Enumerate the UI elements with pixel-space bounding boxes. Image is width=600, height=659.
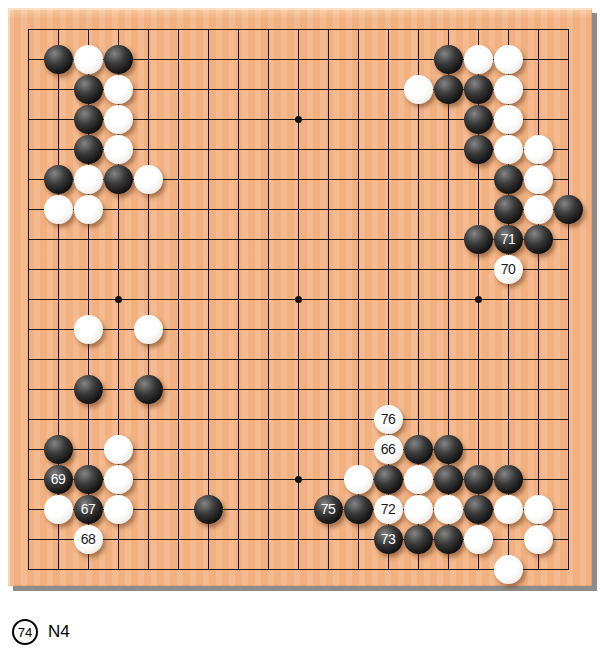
stone-white <box>104 135 133 164</box>
stone-white <box>494 495 523 524</box>
stone-black <box>494 165 523 194</box>
star-point <box>295 296 302 303</box>
stone-black <box>104 165 133 194</box>
stone-black <box>524 225 553 254</box>
stone-black-69: 69 <box>44 465 73 494</box>
stone-white <box>104 495 133 524</box>
stone-white <box>464 45 493 74</box>
stone-black <box>554 195 583 224</box>
stone-white <box>404 495 433 524</box>
stone-black-73: 73 <box>374 525 403 554</box>
stone-white <box>74 45 103 74</box>
stone-black <box>434 75 463 104</box>
stone-black <box>194 495 223 524</box>
stone-white <box>74 315 103 344</box>
stone-white <box>134 315 163 344</box>
stone-white-76: 76 <box>374 405 403 434</box>
stone-white <box>404 75 433 104</box>
star-point <box>475 296 482 303</box>
stone-white <box>104 75 133 104</box>
star-point <box>295 476 302 483</box>
stone-white <box>134 165 163 194</box>
stone-black-75: 75 <box>314 495 343 524</box>
stone-white-72: 72 <box>374 495 403 524</box>
stone-white <box>404 465 433 494</box>
caption-move-74: 74 N4 <box>12 617 70 647</box>
stone-black <box>104 45 133 74</box>
stone-black <box>494 195 523 224</box>
stone-black <box>134 375 163 404</box>
stone-black <box>464 135 493 164</box>
stone-white <box>464 525 493 554</box>
stone-white <box>494 75 523 104</box>
stone-black <box>44 45 73 74</box>
stone-white <box>494 45 523 74</box>
stone-white <box>524 195 553 224</box>
stone-white-66: 66 <box>374 435 403 464</box>
stone-black <box>464 225 493 254</box>
stone-white <box>104 465 133 494</box>
stone-black <box>74 75 103 104</box>
stone-white <box>494 135 523 164</box>
stone-black <box>344 495 373 524</box>
stone-white <box>524 135 553 164</box>
grid-line-vertical <box>538 29 539 570</box>
grid-line-vertical <box>568 29 569 570</box>
stone-white <box>74 195 103 224</box>
stone-black <box>74 105 103 134</box>
stone-black <box>44 165 73 194</box>
stone-white-70: 70 <box>494 255 523 284</box>
stone-black <box>434 435 463 464</box>
stone-black <box>404 525 433 554</box>
stone-white <box>104 105 133 134</box>
stone-black <box>464 75 493 104</box>
stone-white <box>44 495 73 524</box>
grid-line-horizontal <box>28 569 569 570</box>
stone-white <box>104 435 133 464</box>
stone-white <box>494 555 523 584</box>
grid-line-vertical <box>328 29 329 570</box>
stone-black <box>494 465 523 494</box>
caption-coordinate: N4 <box>48 622 70 642</box>
stone-white <box>344 465 373 494</box>
white-stone-marker-icon: 74 <box>12 619 38 645</box>
stone-black <box>44 435 73 464</box>
grid-line-horizontal <box>28 419 569 420</box>
stone-black <box>74 375 103 404</box>
grid-line-horizontal <box>28 389 569 390</box>
stone-white <box>434 495 463 524</box>
caption-move-number: 74 <box>18 625 32 640</box>
stone-black <box>404 435 433 464</box>
go-board: 71707666696775726873 <box>8 8 592 586</box>
star-point <box>295 116 302 123</box>
stone-black <box>464 105 493 134</box>
stone-white-68: 68 <box>74 525 103 554</box>
stone-black <box>74 465 103 494</box>
stone-white <box>494 105 523 134</box>
grid-line-horizontal <box>28 329 569 330</box>
stone-black <box>434 525 463 554</box>
stone-white <box>74 165 103 194</box>
stone-white <box>44 195 73 224</box>
stone-black <box>74 135 103 164</box>
stone-black-71: 71 <box>494 225 523 254</box>
stone-black <box>464 465 493 494</box>
stone-black-67: 67 <box>74 495 103 524</box>
stone-black <box>434 465 463 494</box>
stone-white <box>524 525 553 554</box>
stone-black <box>464 495 493 524</box>
stone-black <box>434 45 463 74</box>
stone-black <box>374 465 403 494</box>
stone-white <box>524 165 553 194</box>
stone-white <box>524 495 553 524</box>
grid-line-horizontal <box>28 359 569 360</box>
star-point <box>115 296 122 303</box>
